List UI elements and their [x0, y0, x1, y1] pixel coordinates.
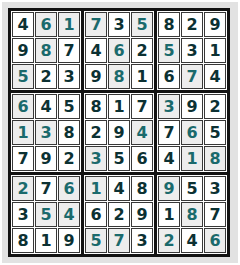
sudoku-board: 4619875237354629818295316746451387928172… [8, 8, 230, 257]
sudoku-cell-r7c3-given[interactable]: 6 [58, 176, 80, 201]
sudoku-cell-r3c6[interactable]: 1 [131, 64, 153, 89]
sudoku-cell-r3c3[interactable]: 3 [58, 64, 80, 89]
sudoku-cell-r1c5[interactable]: 3 [108, 12, 130, 37]
sudoku-cell-r3c7[interactable]: 6 [158, 64, 180, 89]
sudoku-box-8: 148629573 [84, 175, 154, 254]
sudoku-cell-r9c7-given[interactable]: 2 [158, 228, 180, 253]
sudoku-cell-r2c8[interactable]: 3 [181, 38, 203, 63]
sudoku-cell-r5c1-given[interactable]: 1 [12, 120, 34, 145]
sudoku-cell-r9c9-given[interactable]: 6 [204, 228, 226, 253]
sudoku-cell-r8c6[interactable]: 9 [131, 202, 153, 227]
sudoku-cell-r6c2[interactable]: 9 [35, 146, 57, 171]
sudoku-cell-r4c4[interactable]: 8 [85, 94, 107, 119]
sudoku-cell-r7c5[interactable]: 4 [108, 176, 130, 201]
sudoku-box-6: 392765418 [157, 93, 227, 172]
sudoku-cell-r4c7-given[interactable]: 3 [158, 94, 180, 119]
sudoku-cell-r7c4-given[interactable]: 1 [85, 176, 107, 201]
sudoku-cell-r1c8[interactable]: 2 [181, 12, 203, 37]
sudoku-box-3: 829531674 [157, 11, 227, 90]
sudoku-cell-r5c6-given[interactable]: 4 [131, 120, 153, 145]
sudoku-cell-r7c2[interactable]: 7 [35, 176, 57, 201]
sudoku-cell-r5c2-given[interactable]: 3 [35, 120, 57, 145]
sudoku-cell-r8c5[interactable]: 2 [108, 202, 130, 227]
sudoku-cell-r3c2[interactable]: 2 [35, 64, 57, 89]
sudoku-cell-r7c8[interactable]: 5 [181, 176, 203, 201]
sudoku-cell-r2c9[interactable]: 1 [204, 38, 226, 63]
sudoku-cell-r6c4-given[interactable]: 3 [85, 146, 107, 171]
sudoku-cell-r9c3[interactable]: 9 [58, 228, 80, 253]
sudoku-cell-r5c9[interactable]: 5 [204, 120, 226, 145]
sudoku-cell-r7c7-given[interactable]: 9 [158, 176, 180, 201]
sudoku-cell-r6c8-given[interactable]: 1 [181, 146, 203, 171]
sudoku-cell-r5c5[interactable]: 9 [108, 120, 130, 145]
sudoku-cell-r1c3-given[interactable]: 1 [58, 12, 80, 37]
sudoku-cell-r8c8-given[interactable]: 8 [181, 202, 203, 227]
sudoku-box-9: 953187246 [157, 175, 227, 254]
sudoku-cell-r8c3-given[interactable]: 4 [58, 202, 80, 227]
sudoku-box-1: 461987523 [11, 11, 81, 90]
sudoku-box-5: 817294356 [84, 93, 154, 172]
sudoku-cell-r9c1[interactable]: 8 [12, 228, 34, 253]
sudoku-box-4: 645138792 [11, 93, 81, 172]
sudoku-cell-r3c9[interactable]: 4 [204, 64, 226, 89]
sudoku-cell-r2c7-given[interactable]: 5 [158, 38, 180, 63]
sudoku-cell-r4c5[interactable]: 1 [108, 94, 130, 119]
sudoku-cell-r2c4[interactable]: 4 [85, 38, 107, 63]
sudoku-cell-r5c4[interactable]: 2 [85, 120, 107, 145]
sudoku-cell-r7c1-given[interactable]: 2 [12, 176, 34, 201]
sudoku-cell-r7c6[interactable]: 8 [131, 176, 153, 201]
sudoku-cell-r6c7[interactable]: 4 [158, 146, 180, 171]
sudoku-cell-r3c4[interactable]: 9 [85, 64, 107, 89]
sudoku-cell-r4c1-given[interactable]: 6 [12, 94, 34, 119]
sudoku-cell-r9c8[interactable]: 4 [181, 228, 203, 253]
sudoku-cell-r5c7[interactable]: 7 [158, 120, 180, 145]
sudoku-cell-r5c8-given[interactable]: 6 [181, 120, 203, 145]
sudoku-cell-r8c1[interactable]: 3 [12, 202, 34, 227]
sudoku-cell-r1c7[interactable]: 8 [158, 12, 180, 37]
sudoku-cell-r3c8-given[interactable]: 7 [181, 64, 203, 89]
sudoku-cell-r1c6-given[interactable]: 5 [131, 12, 153, 37]
sudoku-cell-r2c6[interactable]: 2 [131, 38, 153, 63]
sudoku-cell-r6c9-given[interactable]: 8 [204, 146, 226, 171]
sudoku-cell-r9c6[interactable]: 3 [131, 228, 153, 253]
sudoku-box-7: 276354819 [11, 175, 81, 254]
sudoku-cell-r5c3[interactable]: 8 [58, 120, 80, 145]
sudoku-cell-r2c2-given[interactable]: 8 [35, 38, 57, 63]
sudoku-frame: 4619875237354629818295316746451387928172… [2, 2, 238, 263]
sudoku-cell-r2c5-given[interactable]: 6 [108, 38, 130, 63]
sudoku-cell-r6c5[interactable]: 5 [108, 146, 130, 171]
sudoku-cell-r4c6[interactable]: 7 [131, 94, 153, 119]
sudoku-cell-r9c4-given[interactable]: 5 [85, 228, 107, 253]
sudoku-cell-r8c2-given[interactable]: 5 [35, 202, 57, 227]
sudoku-cell-r8c9[interactable]: 7 [204, 202, 226, 227]
sudoku-cell-r1c1[interactable]: 4 [12, 12, 34, 37]
sudoku-cell-r6c6[interactable]: 6 [131, 146, 153, 171]
sudoku-cell-r4c9[interactable]: 2 [204, 94, 226, 119]
sudoku-cell-r3c1-given[interactable]: 5 [12, 64, 34, 89]
sudoku-cell-r6c1[interactable]: 7 [12, 146, 34, 171]
sudoku-cell-r1c4-given[interactable]: 7 [85, 12, 107, 37]
sudoku-cell-r7c9[interactable]: 3 [204, 176, 226, 201]
sudoku-cell-r8c7[interactable]: 1 [158, 202, 180, 227]
sudoku-cell-r1c9[interactable]: 9 [204, 12, 226, 37]
sudoku-cell-r4c8[interactable]: 9 [181, 94, 203, 119]
sudoku-cell-r3c5-given[interactable]: 8 [108, 64, 130, 89]
sudoku-cell-r6c3[interactable]: 2 [58, 146, 80, 171]
sudoku-cell-r4c3[interactable]: 5 [58, 94, 80, 119]
sudoku-cell-r4c2[interactable]: 4 [35, 94, 57, 119]
sudoku-cell-r9c2[interactable]: 1 [35, 228, 57, 253]
sudoku-cell-r8c4[interactable]: 6 [85, 202, 107, 227]
sudoku-cell-r9c5-given[interactable]: 7 [108, 228, 130, 253]
sudoku-cell-r2c3[interactable]: 7 [58, 38, 80, 63]
sudoku-box-2: 735462981 [84, 11, 154, 90]
sudoku-cell-r2c1[interactable]: 9 [12, 38, 34, 63]
sudoku-cell-r1c2-given[interactable]: 6 [35, 12, 57, 37]
